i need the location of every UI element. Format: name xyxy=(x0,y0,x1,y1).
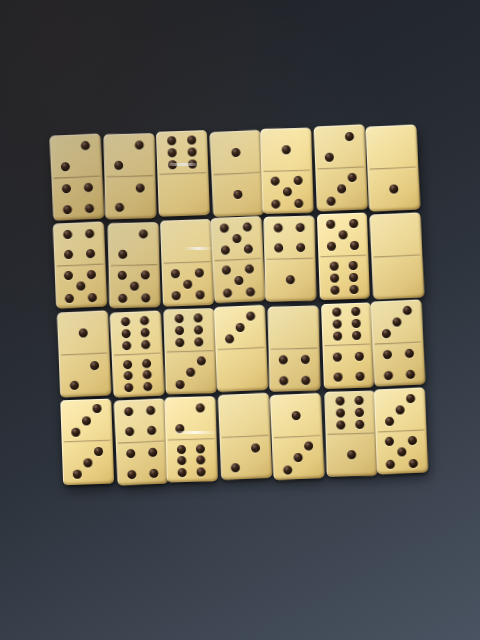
pip xyxy=(350,241,359,250)
pip xyxy=(355,395,364,404)
pip xyxy=(222,266,231,275)
domino-half-5-pips xyxy=(210,216,263,261)
pip xyxy=(246,287,255,296)
domino-4-1[interactable] xyxy=(264,216,316,302)
domino-half-6-pips xyxy=(324,390,376,434)
pip xyxy=(333,320,342,329)
pip xyxy=(115,203,124,212)
domino-half-4-pips xyxy=(264,216,315,260)
pip xyxy=(384,370,393,379)
pip xyxy=(397,447,406,456)
domino-half-6-pips xyxy=(318,255,370,299)
domino-2-5[interactable] xyxy=(107,222,159,308)
domino-half-3-pips xyxy=(213,304,265,349)
pip xyxy=(291,410,300,419)
domino-half-3-pips xyxy=(62,441,114,485)
domino-half-6-pips xyxy=(321,302,373,346)
pip xyxy=(172,291,181,300)
pip xyxy=(126,469,135,478)
domino-0-4[interactable] xyxy=(268,305,320,391)
pip xyxy=(337,185,346,194)
pip xyxy=(82,416,91,425)
domino-half-2-pips xyxy=(165,396,217,440)
domino-half-0-pips xyxy=(218,393,270,438)
pip xyxy=(235,322,244,331)
pip xyxy=(345,132,354,141)
pip xyxy=(294,453,303,462)
domino-half-0-pips xyxy=(370,213,423,258)
pip xyxy=(72,470,81,479)
pip xyxy=(177,444,186,453)
pip xyxy=(140,327,149,336)
pip xyxy=(246,311,255,320)
pip xyxy=(409,436,418,445)
domino-0-2[interactable] xyxy=(218,393,272,480)
pip xyxy=(121,328,130,337)
pip xyxy=(122,340,131,349)
pip xyxy=(243,222,252,231)
pip xyxy=(195,290,204,299)
pip xyxy=(85,229,94,238)
pip xyxy=(63,230,72,239)
pip xyxy=(141,339,150,348)
domino-0-0[interactable] xyxy=(370,213,425,301)
domino-half-2-pips xyxy=(219,435,271,480)
pip xyxy=(336,420,345,429)
domino-half-1-pips xyxy=(368,167,421,212)
domino-half-6-pips xyxy=(164,308,216,352)
pip xyxy=(141,293,150,302)
domino-half-1-pips xyxy=(260,128,312,172)
pip xyxy=(197,356,206,365)
pip xyxy=(194,268,203,277)
pip xyxy=(244,244,253,253)
domino-half-5-pips xyxy=(108,265,159,309)
domino-half-1-pips xyxy=(209,130,262,175)
pip xyxy=(143,382,152,391)
pip xyxy=(90,360,99,369)
pip xyxy=(385,416,394,425)
pip xyxy=(135,140,144,149)
domino-half-1-pips xyxy=(325,433,377,477)
domino-half-0-pips xyxy=(268,305,319,349)
domino-0-1[interactable] xyxy=(366,124,421,212)
pip xyxy=(118,294,127,303)
domino-half-6-pips xyxy=(166,438,218,482)
domino-4-5[interactable] xyxy=(53,222,107,309)
pip xyxy=(349,261,358,270)
pip xyxy=(232,234,241,243)
domino-half-0-pips xyxy=(366,124,419,169)
pip xyxy=(65,294,74,303)
pip xyxy=(409,458,418,467)
pip xyxy=(333,373,342,382)
pip xyxy=(301,355,310,364)
pip xyxy=(62,205,71,214)
pip xyxy=(355,407,364,416)
pip xyxy=(129,282,138,291)
pip xyxy=(330,273,339,282)
pip xyxy=(383,350,392,359)
pip xyxy=(330,261,339,270)
pip xyxy=(196,403,205,412)
domino-half-2-pips xyxy=(104,176,155,220)
pip xyxy=(221,246,230,255)
domino-2-4[interactable] xyxy=(49,133,104,221)
pip xyxy=(231,148,240,157)
pip xyxy=(76,282,85,291)
pip xyxy=(85,203,94,212)
domino-2-2[interactable] xyxy=(103,133,155,219)
pip xyxy=(304,441,313,450)
pip xyxy=(176,337,185,346)
domino-half-1-pips xyxy=(57,310,109,355)
pip xyxy=(149,468,158,477)
domino-3-0[interactable] xyxy=(213,304,267,391)
domino-half-3-pips xyxy=(371,299,424,344)
pip xyxy=(251,443,260,452)
pip xyxy=(231,463,240,472)
pip xyxy=(349,219,358,228)
domino-half-4-pips xyxy=(373,341,426,386)
pip xyxy=(352,331,361,340)
photo-background xyxy=(0,0,480,640)
domino-half-5-pips xyxy=(55,264,107,309)
pip xyxy=(171,269,180,278)
pip xyxy=(325,152,334,161)
pip xyxy=(406,369,415,378)
domino-half-5-pips xyxy=(162,262,214,306)
domino-half-0-pips xyxy=(215,347,267,392)
pip xyxy=(139,230,148,239)
pip xyxy=(294,176,303,185)
pip xyxy=(286,276,295,285)
pip xyxy=(274,244,283,253)
domino-6-1[interactable] xyxy=(324,390,377,477)
pip xyxy=(396,405,405,414)
domino-half-6-pips xyxy=(109,310,162,355)
domino-0-5[interactable] xyxy=(160,219,214,306)
pip xyxy=(279,355,288,364)
pip xyxy=(233,190,242,199)
pip xyxy=(187,147,196,156)
pip xyxy=(282,145,291,154)
pip xyxy=(92,404,101,413)
pip xyxy=(406,393,415,402)
pip xyxy=(326,196,335,205)
pip xyxy=(386,459,395,468)
domino-half-3-pips xyxy=(272,435,325,480)
pip xyxy=(271,177,280,186)
pip xyxy=(78,328,87,337)
domino-half-0-pips xyxy=(160,219,212,263)
pip xyxy=(352,319,361,328)
domino-2-3[interactable] xyxy=(313,124,367,211)
domino-half-2-pips xyxy=(49,133,102,178)
domino-half-5-pips xyxy=(212,259,265,304)
pip xyxy=(187,135,196,144)
pip xyxy=(121,316,130,325)
pip xyxy=(187,159,196,168)
pip xyxy=(283,188,292,197)
domino-half-5-pips xyxy=(376,430,428,475)
pip xyxy=(64,271,73,280)
domino-2-6[interactable] xyxy=(165,396,218,483)
domino-half-5-pips xyxy=(317,213,369,257)
domino-3-3[interactable] xyxy=(60,398,114,485)
domino-half-3-pips xyxy=(60,398,112,442)
pip xyxy=(140,315,149,324)
domino-6-0[interactable] xyxy=(156,130,210,217)
pip xyxy=(194,313,203,322)
domino-half-3-pips xyxy=(315,167,367,212)
pip xyxy=(355,419,364,428)
domino-half-4-pips xyxy=(51,176,104,221)
pip xyxy=(196,444,205,453)
pip xyxy=(392,317,401,326)
domino-4-4[interactable] xyxy=(113,398,168,486)
pip xyxy=(168,148,177,157)
pip xyxy=(283,465,292,474)
domino-half-4-pips xyxy=(53,222,105,267)
pip xyxy=(141,271,150,280)
pip xyxy=(136,183,145,192)
domino-half-3-pips xyxy=(165,350,217,394)
pip xyxy=(183,279,192,288)
pip xyxy=(142,358,151,367)
pip xyxy=(175,313,184,322)
domino-half-4-pips xyxy=(322,345,374,389)
domino-half-4-pips xyxy=(113,398,166,443)
pip xyxy=(175,379,184,388)
pip xyxy=(168,160,177,169)
pip xyxy=(123,359,132,368)
pip xyxy=(124,383,133,392)
pip xyxy=(327,242,336,251)
pip xyxy=(94,447,103,456)
domino-half-2-pips xyxy=(107,222,158,266)
pip xyxy=(61,184,70,193)
pip xyxy=(330,285,339,294)
pip xyxy=(167,136,176,145)
pip xyxy=(84,183,93,192)
pip xyxy=(186,368,195,377)
pip xyxy=(124,427,133,436)
pip xyxy=(146,426,155,435)
pip xyxy=(64,250,73,259)
pip xyxy=(86,249,95,258)
pip xyxy=(70,380,79,389)
pip xyxy=(61,162,70,171)
pip xyxy=(114,161,123,170)
pip xyxy=(351,307,360,316)
pip xyxy=(81,141,90,150)
pip xyxy=(354,351,363,360)
domino-1-1[interactable] xyxy=(209,130,264,218)
pip xyxy=(177,456,186,465)
pip xyxy=(223,288,232,297)
pip xyxy=(175,325,184,334)
pip xyxy=(194,325,203,334)
domino-3-4[interactable] xyxy=(371,299,426,387)
pip xyxy=(71,427,80,436)
domino-6-4[interactable] xyxy=(321,302,375,389)
pip xyxy=(219,223,228,232)
pip xyxy=(405,348,414,357)
pip xyxy=(83,458,92,467)
domino-half-2-pips xyxy=(313,124,365,169)
pip xyxy=(347,450,356,459)
pip xyxy=(332,352,341,361)
pip xyxy=(336,408,345,417)
pip xyxy=(88,293,97,302)
pip xyxy=(385,437,394,446)
pip xyxy=(125,449,134,458)
domino-6-3[interactable] xyxy=(164,308,217,395)
pip xyxy=(176,423,185,432)
domino-5-6[interactable] xyxy=(317,213,371,300)
pip xyxy=(148,448,157,457)
domino-6-6[interactable] xyxy=(109,310,164,398)
pip xyxy=(347,173,356,182)
pip xyxy=(245,265,254,274)
pip xyxy=(234,277,243,286)
pip xyxy=(123,371,132,380)
domino-half-1-pips xyxy=(270,393,323,438)
pip xyxy=(296,243,305,252)
domino-1-2[interactable] xyxy=(57,310,111,397)
pip xyxy=(295,198,304,207)
pip xyxy=(296,223,305,232)
pip xyxy=(326,220,335,229)
domino-1-3[interactable] xyxy=(270,393,325,481)
pip xyxy=(389,185,398,194)
domino-5-5[interactable] xyxy=(210,216,265,304)
pip xyxy=(197,456,206,465)
pip xyxy=(178,468,187,477)
domino-1-5[interactable] xyxy=(260,128,313,215)
pip xyxy=(332,308,341,317)
domino-half-2-pips xyxy=(103,133,154,177)
pip xyxy=(142,370,151,379)
pip xyxy=(145,405,154,414)
pip xyxy=(117,271,126,280)
domino-half-0-pips xyxy=(372,255,425,300)
pip xyxy=(336,396,345,405)
domino-half-1-pips xyxy=(265,259,316,303)
pip xyxy=(272,199,281,208)
domino-half-1-pips xyxy=(211,172,264,217)
pip xyxy=(333,332,342,341)
domino-half-0-pips xyxy=(158,173,210,217)
pip xyxy=(403,305,412,314)
pip xyxy=(349,273,358,282)
pip xyxy=(382,328,391,337)
domino-half-4-pips xyxy=(269,348,320,392)
domino-half-6-pips xyxy=(111,353,164,398)
pip xyxy=(118,250,127,259)
pip xyxy=(87,270,96,279)
domino-layout xyxy=(51,124,429,487)
pip xyxy=(338,230,347,239)
domino-half-4-pips xyxy=(115,441,168,486)
pip xyxy=(224,334,233,343)
pip xyxy=(195,337,204,346)
pip xyxy=(301,375,310,384)
pip xyxy=(197,467,206,476)
domino-half-3-pips xyxy=(374,387,426,432)
domino-half-6-pips xyxy=(156,130,208,174)
pip xyxy=(279,375,288,384)
domino-half-2-pips xyxy=(59,353,111,398)
pip xyxy=(274,223,283,232)
pip xyxy=(350,284,359,293)
pip xyxy=(355,372,364,381)
domino-half-5-pips xyxy=(262,170,314,214)
domino-3-5[interactable] xyxy=(374,387,428,474)
pip xyxy=(123,406,132,415)
